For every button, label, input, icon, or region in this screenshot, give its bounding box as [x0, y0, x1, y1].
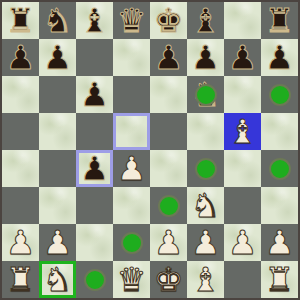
- white-pawn[interactable]: ♟: [228, 224, 258, 261]
- black-bishop[interactable]: ♝: [191, 2, 221, 39]
- black-bishop[interactable]: ♝: [80, 2, 110, 39]
- black-pawn[interactable]: ♟: [6, 39, 36, 76]
- legal-move-dot[interactable]: [158, 195, 180, 217]
- square-a5[interactable]: [2, 113, 39, 150]
- white-rook[interactable]: ♜: [265, 261, 295, 298]
- square-d6[interactable]: [113, 76, 150, 113]
- square-g6[interactable]: [224, 76, 261, 113]
- square-d1[interactable]: ♛: [113, 261, 150, 298]
- square-c8[interactable]: ♝: [76, 2, 113, 39]
- square-a4[interactable]: [2, 150, 39, 187]
- white-knight[interactable]: ♞: [43, 261, 73, 298]
- square-h7[interactable]: ♟: [261, 39, 298, 76]
- square-b2[interactable]: ♟: [39, 224, 76, 261]
- legal-move-dot[interactable]: [269, 158, 291, 180]
- white-pawn[interactable]: ♟: [265, 224, 295, 261]
- white-pawn[interactable]: ♟: [191, 224, 221, 261]
- square-a2[interactable]: ♟: [2, 224, 39, 261]
- square-g5[interactable]: ♝: [224, 113, 261, 150]
- white-bishop[interactable]: ♝: [191, 261, 221, 298]
- legal-move-dot[interactable]: [195, 158, 217, 180]
- square-e4[interactable]: [150, 150, 187, 187]
- legal-move-dot[interactable]: [84, 269, 106, 291]
- square-c6[interactable]: ♟: [76, 76, 113, 113]
- square-c1[interactable]: [76, 261, 113, 298]
- square-d5[interactable]: [113, 113, 150, 150]
- square-b1[interactable]: ♞: [39, 261, 76, 298]
- square-g7[interactable]: ♟: [224, 39, 261, 76]
- square-d8[interactable]: ♛: [113, 2, 150, 39]
- square-c4[interactable]: ♟: [76, 150, 113, 187]
- white-pawn[interactable]: ♟: [117, 150, 147, 187]
- square-g3[interactable]: [224, 187, 261, 224]
- black-pawn[interactable]: ♟: [191, 39, 221, 76]
- legal-move-dot[interactable]: [195, 84, 217, 106]
- black-pawn[interactable]: ♟: [265, 39, 295, 76]
- white-pawn[interactable]: ♟: [6, 224, 36, 261]
- square-a6[interactable]: [2, 76, 39, 113]
- square-h4[interactable]: [261, 150, 298, 187]
- square-e2[interactable]: ♟: [150, 224, 187, 261]
- square-c2[interactable]: [76, 224, 113, 261]
- square-b8[interactable]: ♞: [39, 2, 76, 39]
- white-pawn[interactable]: ♟: [154, 224, 184, 261]
- square-d3[interactable]: [113, 187, 150, 224]
- square-f7[interactable]: ♟: [187, 39, 224, 76]
- black-queen[interactable]: ♛: [117, 2, 147, 39]
- square-f1[interactable]: ♝: [187, 261, 224, 298]
- square-c3[interactable]: [76, 187, 113, 224]
- square-e5[interactable]: [150, 113, 187, 150]
- square-g1[interactable]: [224, 261, 261, 298]
- white-knight[interactable]: ♞: [191, 187, 221, 224]
- square-g2[interactable]: ♟: [224, 224, 261, 261]
- black-pawn[interactable]: ♟: [80, 150, 110, 187]
- legal-move-dot[interactable]: [121, 232, 143, 254]
- square-f4[interactable]: [187, 150, 224, 187]
- square-d7[interactable]: [113, 39, 150, 76]
- white-rook[interactable]: ♜: [6, 261, 36, 298]
- white-pawn[interactable]: ♟: [43, 224, 73, 261]
- square-f3[interactable]: ♞: [187, 187, 224, 224]
- white-king[interactable]: ♚: [154, 261, 184, 298]
- square-e1[interactable]: ♚: [150, 261, 187, 298]
- black-pawn[interactable]: ♟: [228, 39, 258, 76]
- black-pawn[interactable]: ♟: [43, 39, 73, 76]
- square-c5[interactable]: [76, 113, 113, 150]
- square-h5[interactable]: [261, 113, 298, 150]
- square-a7[interactable]: ♟: [2, 39, 39, 76]
- square-b4[interactable]: [39, 150, 76, 187]
- square-b3[interactable]: [39, 187, 76, 224]
- square-b5[interactable]: [39, 113, 76, 150]
- square-e8[interactable]: ♚: [150, 2, 187, 39]
- square-h3[interactable]: [261, 187, 298, 224]
- square-b7[interactable]: ♟: [39, 39, 76, 76]
- black-pawn[interactable]: ♟: [80, 76, 110, 113]
- square-d4[interactable]: ♟: [113, 150, 150, 187]
- square-a1[interactable]: ♜: [2, 261, 39, 298]
- black-knight[interactable]: ♞: [43, 2, 73, 39]
- square-c7[interactable]: [76, 39, 113, 76]
- white-bishop[interactable]: ♝: [228, 113, 258, 150]
- chess-board[interactable]: ♜♞♝♛♚♝♜♟♟♟♟♟♟♟♞♝♟♟♞♟♟♟♟♟♟♜♞♛♚♝♜: [2, 2, 298, 298]
- square-d2[interactable]: [113, 224, 150, 261]
- square-h6[interactable]: [261, 76, 298, 113]
- chess-board-frame: ♜♞♝♛♚♝♜♟♟♟♟♟♟♟♞♝♟♟♞♟♟♟♟♟♟♜♞♛♚♝♜: [0, 0, 300, 300]
- square-e3[interactable]: [150, 187, 187, 224]
- square-a3[interactable]: [2, 187, 39, 224]
- square-f6[interactable]: ♞: [187, 76, 224, 113]
- square-g4[interactable]: [224, 150, 261, 187]
- square-a8[interactable]: ♜: [2, 2, 39, 39]
- black-rook[interactable]: ♜: [6, 2, 36, 39]
- legal-move-dot[interactable]: [269, 84, 291, 106]
- black-king[interactable]: ♚: [154, 2, 184, 39]
- square-f2[interactable]: ♟: [187, 224, 224, 261]
- square-h2[interactable]: ♟: [261, 224, 298, 261]
- square-h8[interactable]: ♜: [261, 2, 298, 39]
- square-f5[interactable]: [187, 113, 224, 150]
- black-rook[interactable]: ♜: [265, 2, 295, 39]
- white-queen[interactable]: ♛: [117, 261, 147, 298]
- square-e7[interactable]: ♟: [150, 39, 187, 76]
- square-e6[interactable]: [150, 76, 187, 113]
- square-f8[interactable]: ♝: [187, 2, 224, 39]
- square-b6[interactable]: [39, 76, 76, 113]
- square-g8[interactable]: [224, 2, 261, 39]
- square-h1[interactable]: ♜: [261, 261, 298, 298]
- black-pawn[interactable]: ♟: [154, 39, 184, 76]
